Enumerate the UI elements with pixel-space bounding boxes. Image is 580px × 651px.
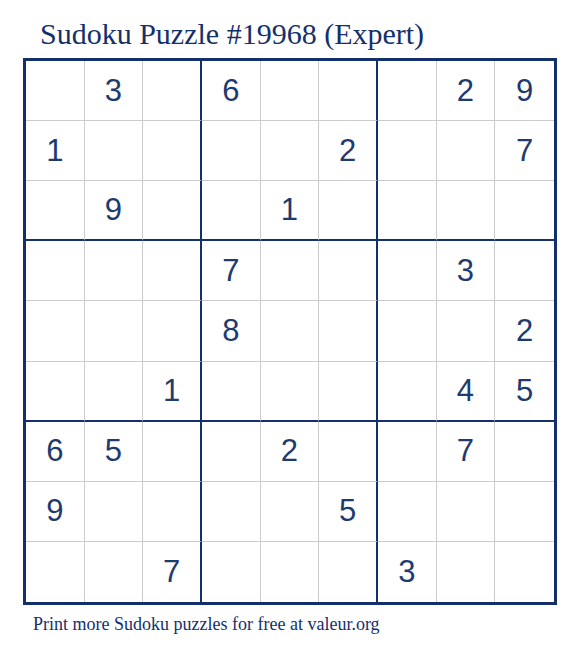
cell-r5c3 <box>143 301 202 361</box>
page-title: Sudoku Puzzle #19968 (Expert) <box>40 16 424 52</box>
cell-r2c3 <box>143 121 202 181</box>
cell-r3c4 <box>202 181 261 241</box>
cell-r9c8 <box>437 542 496 602</box>
cell-r7c8: 7 <box>437 422 496 482</box>
cell-r6c6 <box>319 362 378 422</box>
cell-r7c5: 2 <box>261 422 320 482</box>
footer-text: Print more Sudoku puzzles for free at va… <box>33 614 380 636</box>
cell-r7c7 <box>378 422 437 482</box>
cell-r3c6 <box>319 181 378 241</box>
cell-r6c3: 1 <box>143 362 202 422</box>
cell-r6c9: 5 <box>495 362 554 422</box>
cell-r2c5 <box>261 121 320 181</box>
cell-r4c9 <box>495 241 554 301</box>
cell-r1c3 <box>143 61 202 121</box>
cell-r1c1 <box>26 61 85 121</box>
cell-r8c9 <box>495 482 554 542</box>
sudoku-page: Sudoku Puzzle #19968 (Expert) 3629127917… <box>0 0 580 651</box>
cell-r3c7 <box>378 181 437 241</box>
cell-r7c6 <box>319 422 378 482</box>
cell-r1c5 <box>261 61 320 121</box>
cell-r3c5: 1 <box>261 181 320 241</box>
cell-r4c7 <box>378 241 437 301</box>
cell-r9c2 <box>85 542 144 602</box>
cell-r4c4: 7 <box>202 241 261 301</box>
cell-r9c1 <box>26 542 85 602</box>
cell-r3c2: 9 <box>85 181 144 241</box>
cell-r5c2 <box>85 301 144 361</box>
cell-r5c7 <box>378 301 437 361</box>
cell-r2c2 <box>85 121 144 181</box>
cell-r9c9 <box>495 542 554 602</box>
cell-r6c8: 4 <box>437 362 496 422</box>
cell-r7c9 <box>495 422 554 482</box>
cell-r6c1 <box>26 362 85 422</box>
cell-r9c7: 3 <box>378 542 437 602</box>
cell-r5c9: 2 <box>495 301 554 361</box>
cell-r5c5 <box>261 301 320 361</box>
cell-r8c1: 9 <box>26 482 85 542</box>
cell-r8c6: 5 <box>319 482 378 542</box>
cell-r2c1: 1 <box>26 121 85 181</box>
cell-r2c7 <box>378 121 437 181</box>
cell-r1c4: 6 <box>202 61 261 121</box>
cell-r4c1 <box>26 241 85 301</box>
cell-r4c8: 3 <box>437 241 496 301</box>
cell-r2c6: 2 <box>319 121 378 181</box>
cell-r4c3 <box>143 241 202 301</box>
cell-r5c4: 8 <box>202 301 261 361</box>
cell-r8c8 <box>437 482 496 542</box>
cell-r4c5 <box>261 241 320 301</box>
cell-r8c4 <box>202 482 261 542</box>
cell-r1c6 <box>319 61 378 121</box>
cell-r4c2 <box>85 241 144 301</box>
cell-r6c5 <box>261 362 320 422</box>
cell-r9c4 <box>202 542 261 602</box>
cell-r3c3 <box>143 181 202 241</box>
cell-r8c2 <box>85 482 144 542</box>
cell-r7c2: 5 <box>85 422 144 482</box>
sudoku-board: 362912791738214565279573 <box>23 58 557 605</box>
cell-r2c8 <box>437 121 496 181</box>
cell-r4c6 <box>319 241 378 301</box>
cell-r8c7 <box>378 482 437 542</box>
cell-r8c5 <box>261 482 320 542</box>
cell-r3c8 <box>437 181 496 241</box>
cell-r6c4 <box>202 362 261 422</box>
cell-r5c6 <box>319 301 378 361</box>
cell-r9c6 <box>319 542 378 602</box>
cell-r5c8 <box>437 301 496 361</box>
cell-r9c5 <box>261 542 320 602</box>
cell-r1c9: 9 <box>495 61 554 121</box>
cell-r1c2: 3 <box>85 61 144 121</box>
cell-r9c3: 7 <box>143 542 202 602</box>
cell-r6c2 <box>85 362 144 422</box>
cell-r1c8: 2 <box>437 61 496 121</box>
cell-r2c4 <box>202 121 261 181</box>
cell-r8c3 <box>143 482 202 542</box>
cell-r7c1: 6 <box>26 422 85 482</box>
cell-r3c9 <box>495 181 554 241</box>
cell-r5c1 <box>26 301 85 361</box>
cell-r2c9: 7 <box>495 121 554 181</box>
cell-r6c7 <box>378 362 437 422</box>
cell-r1c7 <box>378 61 437 121</box>
cell-r7c3 <box>143 422 202 482</box>
cell-r3c1 <box>26 181 85 241</box>
cell-r7c4 <box>202 422 261 482</box>
